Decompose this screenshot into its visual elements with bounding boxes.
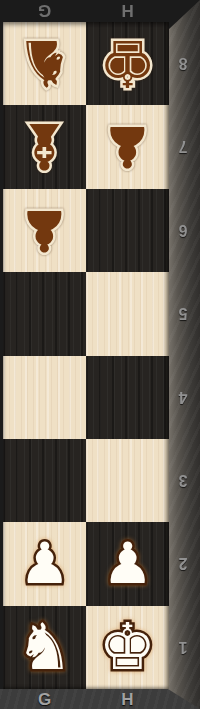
square-h3[interactable]	[86, 439, 169, 522]
bottom-file-labels: GH	[3, 689, 169, 709]
piece-white-pawn-h2[interactable]	[86, 522, 169, 605]
piece-white-knight-g1[interactable]	[3, 606, 86, 689]
piece-black-pawn-g6[interactable]	[3, 189, 86, 272]
file-label-top-g: G	[3, 0, 86, 22]
piece-white-king-h1[interactable]	[86, 606, 169, 689]
file-label-top-h: H	[86, 0, 169, 22]
chess-board[interactable]	[3, 22, 169, 689]
square-h4[interactable]	[86, 356, 169, 439]
piece-white-pawn-g2[interactable]	[3, 522, 86, 605]
file-label-bottom-h: H	[86, 689, 169, 709]
rank-label-5: 5	[168, 272, 198, 355]
rank-label-8: 8	[168, 22, 198, 105]
square-g6[interactable]	[3, 189, 86, 272]
top-file-labels: GH	[3, 0, 169, 22]
square-h2[interactable]	[86, 522, 169, 605]
square-g4[interactable]	[3, 356, 86, 439]
piece-black-king-h8[interactable]	[86, 22, 169, 105]
piece-black-knight-g8[interactable]	[3, 22, 86, 105]
square-g7[interactable]	[3, 105, 86, 188]
square-h7[interactable]	[86, 105, 169, 188]
rank-labels: 87654321	[168, 22, 198, 689]
square-g3[interactable]	[3, 439, 86, 522]
rank-label-2: 2	[168, 522, 198, 605]
square-g5[interactable]	[3, 272, 86, 355]
piece-black-pawn-h7[interactable]	[86, 105, 169, 188]
rank-label-1: 1	[168, 606, 198, 689]
rank-label-7: 7	[168, 105, 198, 188]
square-g2[interactable]	[3, 522, 86, 605]
square-h1[interactable]	[86, 606, 169, 689]
square-g1[interactable]	[3, 606, 86, 689]
rank-label-6: 6	[168, 189, 198, 272]
piece-black-bishop-g7[interactable]	[3, 105, 86, 188]
square-g8[interactable]	[3, 22, 86, 105]
file-label-bottom-g: G	[3, 689, 86, 709]
square-h6[interactable]	[86, 189, 169, 272]
square-h5[interactable]	[86, 272, 169, 355]
chess-app-window: GH 87654321 GH	[0, 0, 200, 709]
square-h8[interactable]	[86, 22, 169, 105]
rank-label-3: 3	[168, 439, 198, 522]
rank-label-4: 4	[168, 356, 198, 439]
